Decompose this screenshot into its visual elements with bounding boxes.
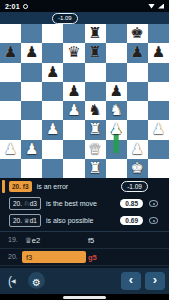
played-move-badge[interactable]: 20. f3 — [9, 181, 32, 192]
white-pawn-d4[interactable]: ♟ — [63, 101, 84, 120]
verdict-text: is an error — [37, 183, 69, 190]
white-pawn-c3[interactable]: ♟ — [42, 120, 63, 139]
analysis-panel: 20. f3 is an error -1.09 20. ♘d3 is the … — [0, 178, 169, 229]
black-rook-e7[interactable]: ♜ — [85, 43, 106, 62]
black-pawn-c6[interactable]: ♟ — [42, 63, 63, 82]
black-move-mistake[interactable]: g5 — [88, 253, 97, 262]
white-knight-f4[interactable]: ♞ — [106, 101, 127, 120]
black-knight-e4[interactable]: ♞ — [85, 101, 106, 120]
gear-icon: ⚙ — [32, 277, 41, 288]
exit-analysis-icon[interactable]: (◀ — [8, 273, 16, 289]
move-number: 19. — [8, 236, 18, 243]
white-pawn-a2[interactable]: ♟ — [0, 140, 21, 159]
eye-icon[interactable] — [149, 217, 158, 224]
square-a2[interactable]: ♟ — [0, 140, 21, 159]
black-queen-d7[interactable]: ♛ — [63, 43, 84, 62]
square-f3[interactable]: ♟ — [106, 120, 127, 139]
eval-pill-alt: 0.69 — [120, 216, 143, 225]
wifi-icon — [148, 4, 155, 9]
square-f4[interactable]: ♞ — [106, 101, 127, 120]
eval-badge: -1.09 — [52, 13, 78, 24]
black-pawn-a7[interactable]: ♟ — [0, 43, 21, 62]
white-pawn-h3[interactable]: ♟ — [148, 120, 169, 139]
square-d7[interactable]: ♛ — [63, 43, 84, 62]
square-e2[interactable]: ♛ — [85, 140, 106, 159]
square-e7[interactable]: ♜ — [85, 43, 106, 62]
white-queen-e2[interactable]: ♛ — [85, 140, 106, 159]
square-e1[interactable]: ♜ — [85, 159, 106, 178]
home-indicator[interactable] — [63, 296, 106, 299]
square-c6[interactable]: ♟ — [42, 63, 63, 82]
status-bar: 2:01 — [0, 0, 169, 12]
clock-time: 2:01 — [5, 3, 20, 10]
signal-icon — [158, 4, 164, 9]
notification-dot-icon — [23, 4, 28, 9]
verdict-text: is also possible — [46, 217, 93, 224]
analysis-line-best[interactable]: 20. ♘d3 is the best move 0.85 — [0, 195, 169, 212]
black-move[interactable]: f5 — [88, 236, 94, 245]
selected-move-highlight[interactable]: f3 — [22, 251, 86, 263]
gesture-area — [0, 294, 169, 300]
square-f5[interactable]: ♟ — [106, 82, 127, 101]
white-pawn-f3[interactable]: ♟ — [106, 120, 127, 139]
square-d5[interactable]: ♟ — [63, 82, 84, 101]
square-e3[interactable]: ♜ — [85, 120, 106, 139]
move-list: 19. ♕e2 f5 20. f3 g5 21. … … — [0, 232, 169, 268]
error-accent-bar — [2, 180, 5, 193]
bottom-toolbar: (◀ ⚙ ‹ › — [0, 268, 169, 294]
square-e8[interactable]: ♜ — [85, 24, 106, 43]
move-row-20[interactable]: 20. f3 g5 — [0, 249, 169, 266]
black-pawn-b7[interactable]: ♟ — [21, 43, 42, 62]
eye-icon[interactable] — [149, 200, 158, 207]
square-g2[interactable]: ♟ — [127, 140, 148, 159]
alt-move-badge[interactable]: 20. ♕d1 — [9, 214, 41, 227]
square-h7[interactable]: ♟ — [148, 43, 169, 62]
white-pawn-g2[interactable]: ♟ — [127, 140, 148, 159]
black-pawn-d5[interactable]: ♟ — [63, 82, 84, 101]
chess-board[interactable]: ♜♚♟♟♛♜♟♟♟♟♟♟♞♞♟♜♟♟♟♟♛♟♜♚ — [0, 24, 169, 178]
black-pawn-g7[interactable]: ♟ — [127, 43, 148, 62]
best-move-badge[interactable]: 20. ♘d3 — [9, 197, 41, 210]
square-b2[interactable]: ♟ — [21, 140, 42, 159]
eval-bar: -1.09 — [0, 12, 169, 24]
analysis-line-error[interactable]: 20. f3 is an error -1.09 — [0, 178, 169, 195]
white-rook-e1[interactable]: ♜ — [85, 159, 106, 178]
next-move-button[interactable]: › — [145, 272, 165, 290]
white-move-selected[interactable]: f3 — [26, 253, 32, 262]
move-number: 20. — [8, 253, 18, 260]
settings-button[interactable]: ⚙ — [28, 272, 45, 289]
prev-move-button[interactable]: ‹ — [121, 272, 141, 290]
white-rook-e3[interactable]: ♜ — [85, 120, 106, 139]
white-move[interactable]: ♕e2 — [25, 236, 40, 245]
black-king-g8[interactable]: ♚ — [127, 24, 148, 43]
move-row-19[interactable]: 19. ♕e2 f5 — [0, 232, 169, 249]
verdict-text: is the best move — [46, 200, 97, 207]
square-g8[interactable]: ♚ — [127, 24, 148, 43]
black-rook-e8[interactable]: ♜ — [85, 24, 106, 43]
square-d4[interactable]: ♟ — [63, 101, 84, 120]
eval-pill-error: -1.09 — [121, 181, 148, 192]
black-pawn-h7[interactable]: ♟ — [148, 43, 169, 62]
black-pawn-f5[interactable]: ♟ — [106, 82, 127, 101]
app-screen: 2:01 -1.09 ♜♚♟♟♛♜♟♟♟♟♟♟♞♞♟♜♟♟♟♟♛♟♜♚ 20. … — [0, 0, 169, 300]
square-g7[interactable]: ♟ — [127, 43, 148, 62]
white-king-g1[interactable]: ♚ — [127, 159, 148, 178]
square-g1[interactable]: ♚ — [127, 159, 148, 178]
analysis-line-alt[interactable]: 20. ♕d1 is also possible 0.69 — [0, 212, 169, 229]
square-b7[interactable]: ♟ — [21, 43, 42, 62]
white-pawn-b2[interactable]: ♟ — [21, 140, 42, 159]
square-a7[interactable]: ♟ — [0, 43, 21, 62]
eval-pill-best: 0.85 — [120, 199, 143, 208]
square-e4[interactable]: ♞ — [85, 101, 106, 120]
square-h3[interactable]: ♟ — [148, 120, 169, 139]
square-c3[interactable]: ♟ — [42, 120, 63, 139]
